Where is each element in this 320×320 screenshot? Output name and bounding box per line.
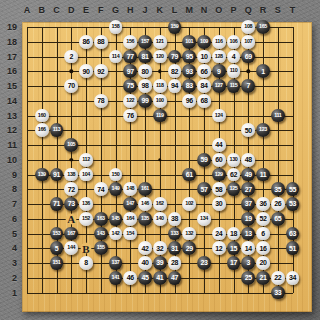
white-stone-L15: 94 <box>168 79 182 93</box>
black-stone-S13: 111 <box>271 109 285 123</box>
move-number: 110 <box>230 69 238 74</box>
black-stone-P15: 115 <box>227 79 241 93</box>
white-stone-Q10: 48 <box>241 153 255 167</box>
black-stone-T4: 51 <box>286 241 300 255</box>
move-number: 143 <box>97 231 105 236</box>
move-number: 137 <box>112 260 120 265</box>
move-number: 21 <box>259 274 266 281</box>
go-board[interactable]: 1581591081658688156157121101109116106107… <box>22 22 312 312</box>
black-stone-P4: 15 <box>227 241 241 255</box>
black-stone-O16: 9 <box>212 64 226 78</box>
black-stone-R16: 1 <box>256 64 270 78</box>
white-stone-H18: 156 <box>123 35 137 49</box>
white-stone-G19: 158 <box>109 20 123 34</box>
move-number: 128 <box>215 54 223 59</box>
move-number: 163 <box>97 216 105 221</box>
move-number: 154 <box>126 231 134 236</box>
move-number: 148 <box>126 187 134 192</box>
move-number: 149 <box>112 187 120 192</box>
column-label-P: P <box>230 5 236 15</box>
black-stone-K3: 39 <box>153 256 167 270</box>
move-number: 158 <box>112 24 120 29</box>
white-stone-D8: 72 <box>64 182 78 196</box>
move-number: 10 <box>200 53 207 60</box>
black-stone-N18: 109 <box>197 35 211 49</box>
row-label-15: 15 <box>7 81 17 91</box>
white-stone-K7: 162 <box>153 197 167 211</box>
move-number: 130 <box>230 157 238 162</box>
black-stone-J2: 45 <box>138 271 152 285</box>
grid-line-vertical <box>278 27 279 293</box>
white-stone-E6: 152 <box>79 212 93 226</box>
row-label-3: 3 <box>12 258 17 268</box>
move-number: 125 <box>230 187 238 192</box>
column-label-S: S <box>275 5 281 15</box>
black-stone-Q8: 27 <box>241 182 255 196</box>
column-label-T: T <box>290 5 296 15</box>
white-stone-E16: 90 <box>79 64 93 78</box>
black-stone-L19: 159 <box>168 20 182 34</box>
move-number: 76 <box>127 112 134 119</box>
row-label-18: 18 <box>7 37 17 47</box>
column-label-K: K <box>157 5 164 15</box>
move-number: 94 <box>171 82 178 89</box>
move-number: 84 <box>200 82 207 89</box>
move-number: 105 <box>67 142 75 147</box>
black-stone-L2: 47 <box>168 271 182 285</box>
white-stone-L16: 82 <box>168 64 182 78</box>
move-number: 157 <box>141 39 149 44</box>
black-stone-P3: 17 <box>227 256 241 270</box>
white-stone-P16: 110 <box>227 64 241 78</box>
white-stone-E7: 136 <box>79 197 93 211</box>
star-point <box>70 70 73 73</box>
move-number: 150 <box>112 172 120 177</box>
black-stone-M4: 29 <box>182 241 196 255</box>
point-marker-B: B <box>80 242 93 255</box>
move-number: 96 <box>186 97 193 104</box>
move-number: 90 <box>82 68 89 75</box>
move-number: 57 <box>200 186 207 193</box>
white-stone-M7: 102 <box>182 197 196 211</box>
move-number: 60 <box>215 156 222 163</box>
white-stone-N17: 10 <box>197 50 211 64</box>
black-stone-T5: 63 <box>286 227 300 241</box>
move-number: 139 <box>38 172 46 177</box>
move-number: 122 <box>126 98 134 103</box>
star-point <box>158 70 161 73</box>
white-stone-P17: 4 <box>227 50 241 64</box>
white-stone-S7: 26 <box>271 197 285 211</box>
black-stone-J6: 135 <box>138 212 152 226</box>
move-number: 17 <box>230 259 237 266</box>
white-stone-H13: 76 <box>123 109 137 123</box>
point-marker-A: A <box>65 212 78 225</box>
white-stone-N16: 66 <box>197 64 211 78</box>
black-stone-F6: 163 <box>94 212 108 226</box>
move-number: 61 <box>186 171 193 178</box>
black-stone-F4: 155 <box>94 241 108 255</box>
move-number: 9 <box>217 68 221 75</box>
move-number: 119 <box>156 113 164 118</box>
move-number: 107 <box>244 39 252 44</box>
white-stone-F14: 78 <box>94 94 108 108</box>
move-number: 123 <box>259 128 267 133</box>
move-number: 45 <box>141 274 148 281</box>
black-stone-O15: 127 <box>212 79 226 93</box>
white-stone-K14: 100 <box>153 94 167 108</box>
white-stone-P18: 106 <box>227 35 241 49</box>
black-stone-G3: 137 <box>109 256 123 270</box>
white-stone-Q18: 107 <box>241 35 255 49</box>
white-stone-H6: 164 <box>123 212 137 226</box>
move-number: 86 <box>82 38 89 45</box>
move-number: 59 <box>200 156 207 163</box>
move-number: 165 <box>259 24 267 29</box>
move-number: 79 <box>171 53 178 60</box>
move-number: 49 <box>245 171 252 178</box>
move-number: 71 <box>53 200 60 207</box>
move-number: 22 <box>274 274 281 281</box>
white-stone-F16: 92 <box>94 64 108 78</box>
row-label-13: 13 <box>7 111 17 121</box>
move-number: 29 <box>186 245 193 252</box>
black-stone-R9: 11 <box>256 168 270 182</box>
white-stone-E18: 86 <box>79 35 93 49</box>
white-stone-E3: 8 <box>79 256 93 270</box>
white-stone-O11: 44 <box>212 138 226 152</box>
screen: ABCDEFGHJKLMNOPQRST 19181716151413121110… <box>0 0 320 320</box>
move-number: 156 <box>126 39 134 44</box>
move-number: 69 <box>245 53 252 60</box>
move-number: 92 <box>97 68 104 75</box>
white-stone-J7: 146 <box>138 197 152 211</box>
row-label-5: 5 <box>12 229 17 239</box>
move-number: 104 <box>82 172 90 177</box>
black-stone-T8: 55 <box>286 182 300 196</box>
column-label-F: F <box>98 5 104 15</box>
column-label-D: D <box>68 5 75 15</box>
white-stone-G9: 150 <box>109 168 123 182</box>
black-stone-C12: 113 <box>50 123 64 137</box>
white-stone-D9: 138 <box>64 168 78 182</box>
move-number: 88 <box>97 38 104 45</box>
move-number: 145 <box>112 216 120 221</box>
white-stone-G5: 142 <box>109 227 123 241</box>
white-stone-K6: 140 <box>153 212 167 226</box>
move-number: 19 <box>245 215 252 222</box>
move-number: 5 <box>55 245 59 252</box>
white-stone-H8: 148 <box>123 182 137 196</box>
black-stone-J18: 157 <box>138 35 152 49</box>
white-stone-M14: 96 <box>182 94 196 108</box>
black-stone-L4: 31 <box>168 241 182 255</box>
white-stone-O7: 30 <box>212 197 226 211</box>
column-labels: ABCDEFGHJKLMNOPQRST <box>22 5 312 18</box>
move-number: 74 <box>97 186 104 193</box>
white-stone-N15: 84 <box>197 79 211 93</box>
white-stone-O13: 124 <box>212 109 226 123</box>
move-number: 55 <box>289 186 296 193</box>
black-stone-B9: 139 <box>35 168 49 182</box>
row-label-19: 19 <box>7 22 17 32</box>
move-number: 32 <box>156 245 163 252</box>
move-number: 2 <box>69 53 73 60</box>
row-label-11: 11 <box>7 140 17 150</box>
white-stone-K4: 32 <box>153 241 167 255</box>
black-stone-S1: 33 <box>271 286 285 300</box>
move-number: 44 <box>215 141 222 148</box>
move-number: 63 <box>289 230 296 237</box>
move-number: 121 <box>156 39 164 44</box>
white-stone-F18: 88 <box>94 35 108 49</box>
white-stone-B12: 166 <box>35 123 49 137</box>
move-number: 30 <box>215 200 222 207</box>
move-number: 65 <box>274 215 281 222</box>
move-number: 132 <box>185 231 193 236</box>
black-stone-M18: 101 <box>182 35 196 49</box>
black-stone-J8: 161 <box>138 182 152 196</box>
white-stone-O10: 60 <box>212 153 226 167</box>
move-number: 129 <box>215 172 223 177</box>
row-label-9: 9 <box>12 170 17 180</box>
move-number: 109 <box>200 39 208 44</box>
move-number: 26 <box>274 200 281 207</box>
move-number: 48 <box>245 156 252 163</box>
black-stone-G6: 145 <box>109 212 123 226</box>
white-stone-L3: 28 <box>168 256 182 270</box>
column-label-M: M <box>186 5 194 15</box>
move-number: 146 <box>141 201 149 206</box>
move-number: 37 <box>245 200 252 207</box>
move-number: 114 <box>112 54 120 59</box>
move-number: 73 <box>68 200 75 207</box>
move-number: 75 <box>127 82 134 89</box>
black-stone-L5: 133 <box>168 227 182 241</box>
move-number: 7 <box>246 82 250 89</box>
row-labels: 19181716151413121110987654321 <box>2 22 19 312</box>
grid-line-horizontal <box>27 293 293 294</box>
white-stone-D4: 144 <box>64 241 78 255</box>
move-number: 62 <box>230 171 237 178</box>
row-label-12: 12 <box>7 125 17 135</box>
black-stone-Q5: 13 <box>241 227 255 241</box>
white-stone-Q12: 50 <box>241 123 255 137</box>
move-number: 11 <box>260 171 267 178</box>
black-stone-R2: 21 <box>256 271 270 285</box>
column-label-H: H <box>127 5 134 15</box>
row-label-4: 4 <box>12 243 17 253</box>
move-number: 12 <box>215 245 222 252</box>
move-number: 118 <box>156 83 164 88</box>
move-number: 24 <box>215 230 222 237</box>
move-number: 106 <box>230 39 238 44</box>
move-number: 78 <box>97 97 104 104</box>
row-label-14: 14 <box>7 96 17 106</box>
move-number: 35 <box>274 186 281 193</box>
white-stone-M5: 132 <box>182 227 196 241</box>
move-number: 31 <box>171 245 178 252</box>
move-number: 82 <box>171 68 178 75</box>
black-stone-S8: 35 <box>271 182 285 196</box>
move-number: 14 <box>245 245 252 252</box>
move-number: 133 <box>171 231 179 236</box>
white-stone-K18: 121 <box>153 35 167 49</box>
move-number: 3 <box>246 259 250 266</box>
white-stone-P5: 18 <box>227 227 241 241</box>
black-stone-L17: 79 <box>168 50 182 64</box>
black-stone-D5: 167 <box>64 227 78 241</box>
white-stone-J15: 98 <box>138 79 152 93</box>
move-number: 41 <box>156 274 163 281</box>
black-stone-D11: 105 <box>64 138 78 152</box>
white-stone-H14: 122 <box>123 94 137 108</box>
column-label-E: E <box>83 5 89 15</box>
white-stone-R3: 20 <box>256 256 270 270</box>
black-stone-H7: 147 <box>123 197 137 211</box>
move-number: 98 <box>141 82 148 89</box>
column-label-O: O <box>215 5 222 15</box>
move-number: 120 <box>156 54 164 59</box>
black-stone-M16: 93 <box>182 64 196 78</box>
move-number: 6 <box>261 230 265 237</box>
move-number: 93 <box>186 68 193 75</box>
move-number: 116 <box>215 39 223 44</box>
move-number: 36 <box>259 200 266 207</box>
black-stone-N8: 57 <box>197 182 211 196</box>
move-number: 164 <box>126 216 134 221</box>
white-stone-E9: 104 <box>79 168 93 182</box>
move-number: 28 <box>171 259 178 266</box>
black-stone-R19: 165 <box>256 20 270 34</box>
move-number: 135 <box>141 216 149 221</box>
move-number: 18 <box>230 230 237 237</box>
move-number: 138 <box>67 172 75 177</box>
move-number: 25 <box>245 274 252 281</box>
move-number: 83 <box>186 82 193 89</box>
black-stone-Q17: 69 <box>241 50 255 64</box>
white-stone-G17: 114 <box>109 50 123 64</box>
move-number: 112 <box>82 157 90 162</box>
column-label-J: J <box>142 5 147 15</box>
move-number: 166 <box>38 128 46 133</box>
white-stone-H2: 46 <box>123 271 137 285</box>
row-label-17: 17 <box>7 52 17 62</box>
move-number: 153 <box>53 231 61 236</box>
move-number: 52 <box>259 215 266 222</box>
black-stone-D7: 73 <box>64 197 78 211</box>
move-number: 34 <box>289 274 296 281</box>
black-stone-T7: 53 <box>286 197 300 211</box>
white-stone-B13: 160 <box>35 109 49 123</box>
row-label-16: 16 <box>7 66 17 76</box>
white-stone-P10: 130 <box>227 153 241 167</box>
move-number: 13 <box>245 230 252 237</box>
white-stone-Q19: 108 <box>241 20 255 34</box>
move-number: 97 <box>127 68 134 75</box>
move-number: 72 <box>68 186 75 193</box>
column-label-G: G <box>112 5 119 15</box>
black-stone-Q2: 25 <box>241 271 255 285</box>
move-number: 20 <box>259 259 266 266</box>
move-number: 91 <box>53 171 60 178</box>
column-label-R: R <box>260 5 267 15</box>
row-label-8: 8 <box>12 184 17 194</box>
black-stone-O9: 129 <box>212 168 226 182</box>
column-label-L: L <box>172 5 178 15</box>
black-stone-C7: 71 <box>50 197 64 211</box>
white-stone-Q4: 14 <box>241 241 255 255</box>
star-point <box>70 158 73 161</box>
move-number: 134 <box>200 216 208 221</box>
black-stone-P8: 125 <box>227 182 241 196</box>
black-stone-R12: 123 <box>256 123 270 137</box>
black-stone-Q9: 49 <box>241 168 255 182</box>
white-stone-N6: 134 <box>197 212 211 226</box>
move-number: 23 <box>200 259 207 266</box>
black-stone-H16: 97 <box>123 64 137 78</box>
white-stone-O4: 12 <box>212 241 226 255</box>
move-number: 80 <box>141 68 148 75</box>
black-stone-H17: 77 <box>123 50 137 64</box>
black-stone-G8: 149 <box>109 182 123 196</box>
black-stone-S6: 65 <box>271 212 285 226</box>
move-number: 113 <box>53 128 61 133</box>
row-label-1: 1 <box>12 288 17 298</box>
white-stone-J3: 40 <box>138 256 152 270</box>
white-stone-R7: 36 <box>256 197 270 211</box>
black-stone-C9: 91 <box>50 168 64 182</box>
black-stone-Q7: 37 <box>241 197 255 211</box>
move-number: 66 <box>200 68 207 75</box>
move-number: 136 <box>82 201 90 206</box>
move-number: 127 <box>215 83 223 88</box>
white-stone-J16: 80 <box>138 64 152 78</box>
row-label-10: 10 <box>7 155 17 165</box>
black-stone-K13: 119 <box>153 109 167 123</box>
move-number: 95 <box>186 53 193 60</box>
move-number: 140 <box>156 216 164 221</box>
black-stone-Q3: 3 <box>241 256 255 270</box>
move-number: 100 <box>156 98 164 103</box>
move-number: 58 <box>215 186 222 193</box>
black-stone-C3: 151 <box>50 256 64 270</box>
move-number: 8 <box>84 259 88 266</box>
star-point <box>158 158 161 161</box>
black-stone-Q15: 7 <box>241 79 255 93</box>
white-stone-R4: 16 <box>256 241 270 255</box>
move-number: 39 <box>156 259 163 266</box>
black-stone-Q6: 19 <box>241 212 255 226</box>
white-stone-E10: 112 <box>79 153 93 167</box>
white-stone-D17: 2 <box>64 50 78 64</box>
white-stone-N14: 68 <box>197 94 211 108</box>
move-number: 102 <box>185 201 193 206</box>
row-label-2: 2 <box>12 273 17 283</box>
star-point <box>247 70 250 73</box>
black-stone-M9: 61 <box>182 168 196 182</box>
move-number: 115 <box>230 83 238 88</box>
move-number: 111 <box>274 113 281 118</box>
black-stone-N10: 59 <box>197 153 211 167</box>
move-number: 101 <box>185 39 193 44</box>
white-stone-O18: 116 <box>212 35 226 49</box>
move-number: 162 <box>156 201 164 206</box>
move-number: 38 <box>171 215 178 222</box>
move-number: 46 <box>127 274 134 281</box>
white-stone-J4: 42 <box>138 241 152 255</box>
white-stone-P9: 62 <box>227 168 241 182</box>
